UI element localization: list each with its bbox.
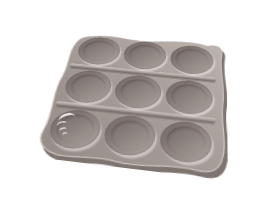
well-floor xyxy=(108,118,151,152)
well-cavity xyxy=(45,107,105,151)
well-floor xyxy=(170,83,207,112)
well-floor xyxy=(174,48,208,72)
well-r3c1[interactable] xyxy=(42,106,108,152)
well-cavity xyxy=(164,78,213,116)
well-cavity xyxy=(121,40,168,71)
well-r2c2[interactable] xyxy=(109,72,166,112)
well-cavity xyxy=(168,44,213,76)
well-floor xyxy=(127,44,163,67)
well-cavity xyxy=(74,36,123,67)
tray xyxy=(24,29,227,181)
well-floor xyxy=(118,78,157,106)
well-r2c3[interactable] xyxy=(161,77,215,117)
well-r3c3[interactable] xyxy=(155,118,215,167)
well-cavity xyxy=(61,69,115,105)
well-r3c2[interactable] xyxy=(97,112,160,160)
photo-scene xyxy=(0,0,270,203)
well-floor xyxy=(68,73,109,100)
board-grid xyxy=(24,29,227,181)
well-floor xyxy=(80,40,117,63)
well-cavity xyxy=(100,113,157,158)
well-r1c1[interactable] xyxy=(72,35,126,68)
well-r1c3[interactable] xyxy=(166,43,215,77)
well-cavity xyxy=(112,73,164,110)
well-r1c2[interactable] xyxy=(118,39,170,72)
well-cavity xyxy=(158,119,212,165)
well-r2c1[interactable] xyxy=(58,68,117,107)
well-floor xyxy=(164,124,205,158)
